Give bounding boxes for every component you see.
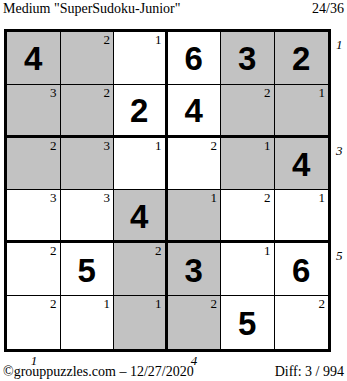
given-digit: 3 xyxy=(221,32,274,84)
corner-mark: 3 xyxy=(104,138,111,153)
cell-r2c6[interactable]: 1 xyxy=(275,85,329,138)
cell-r3c2[interactable]: 3 xyxy=(61,138,115,191)
puzzle-page: Medium "SuperSudoku-Junior" 24/36 421632… xyxy=(0,0,347,381)
corner-mark: 2 xyxy=(104,85,111,100)
row-label-5: 5 xyxy=(336,249,346,263)
given-digit: 4 xyxy=(168,85,221,135)
corner-mark: 1 xyxy=(319,85,326,100)
cells-remaining-counter: 24/36 xyxy=(312,0,344,18)
cell-r4c6[interactable]: 1 xyxy=(275,190,329,243)
cell-r1c2[interactable]: 2 xyxy=(61,32,115,85)
cell-r4c5[interactable]: 2 xyxy=(221,190,275,243)
cell-r5c2[interactable]: 5 xyxy=(61,243,115,296)
cell-r1c6[interactable]: 2 xyxy=(275,32,329,85)
cell-r4c4[interactable]: 1 xyxy=(168,190,222,243)
corner-mark: 2 xyxy=(319,296,326,311)
corner-mark: 2 xyxy=(104,32,111,47)
cell-r4c3[interactable]: 4 xyxy=(114,190,168,243)
difficulty-text: Diff: 3 / 994 xyxy=(275,364,344,380)
corner-mark: 2 xyxy=(211,138,218,153)
corner-mark: 3 xyxy=(104,190,111,205)
cell-r2c5[interactable]: 2 xyxy=(221,85,275,138)
puzzle-title: Medium "SuperSudoku-Junior" xyxy=(3,0,180,18)
cell-r6c6[interactable]: 2 xyxy=(275,296,329,349)
cell-r6c1[interactable]: 2 xyxy=(7,296,61,349)
given-digit: 5 xyxy=(221,296,274,349)
corner-mark: 2 xyxy=(264,85,271,100)
header: Medium "SuperSudoku-Junior" 24/36 xyxy=(3,0,344,22)
corner-mark: 1 xyxy=(264,138,271,153)
cell-r4c2[interactable]: 3 xyxy=(61,190,115,243)
given-digit: 4 xyxy=(114,190,165,240)
corner-mark: 2 xyxy=(155,243,162,258)
cell-r1c1[interactable]: 4 xyxy=(7,32,61,85)
cell-r3c1[interactable]: 2 xyxy=(7,138,61,191)
cell-r1c4[interactable]: 6 xyxy=(168,32,222,85)
cell-r3c5[interactable]: 1 xyxy=(221,138,275,191)
given-digit: 2 xyxy=(114,85,165,135)
given-digit: 6 xyxy=(168,32,221,84)
corner-mark: 1 xyxy=(104,296,111,311)
cell-r3c4[interactable]: 2 xyxy=(168,138,222,191)
corner-mark: 1 xyxy=(155,138,162,153)
cell-r1c5[interactable]: 3 xyxy=(221,32,275,85)
cell-r5c1[interactable]: 2 xyxy=(7,243,61,296)
corner-mark: 1 xyxy=(211,190,218,205)
corner-mark: 3 xyxy=(50,190,57,205)
corner-mark: 2 xyxy=(211,296,218,311)
corner-mark: 1 xyxy=(155,296,162,311)
cell-r6c4[interactable]: 2 xyxy=(168,296,222,349)
given-digit: 5 xyxy=(61,243,114,295)
cell-r4c1[interactable]: 3 xyxy=(7,190,61,243)
cell-r6c3[interactable]: 1 xyxy=(114,296,168,349)
cell-r2c4[interactable]: 4 xyxy=(168,85,222,138)
given-digit: 3 xyxy=(168,243,221,295)
cell-r2c1[interactable]: 3 xyxy=(7,85,61,138)
corner-mark: 1 xyxy=(319,190,326,205)
cell-r5c5[interactable]: 1 xyxy=(221,243,275,296)
copyright-text: ©grouppuzzles.com – 12/27/2020 xyxy=(3,364,194,380)
cell-r5c6[interactable]: 6 xyxy=(275,243,329,296)
cell-r5c3[interactable]: 2 xyxy=(114,243,168,296)
cell-r6c5[interactable]: 5 xyxy=(221,296,275,349)
cell-r6c2[interactable]: 1 xyxy=(61,296,115,349)
given-digit: 4 xyxy=(7,32,60,84)
given-digit: 6 xyxy=(275,243,329,295)
sudoku-board: 421632322421231214334121252316211252 xyxy=(4,29,331,352)
corner-mark: 2 xyxy=(50,138,57,153)
cell-r2c3[interactable]: 2 xyxy=(114,85,168,138)
row-label-1: 1 xyxy=(336,38,346,52)
row-label-3: 3 xyxy=(336,144,346,158)
cell-r3c3[interactable]: 1 xyxy=(114,138,168,191)
corner-mark: 1 xyxy=(264,243,271,258)
corner-mark: 3 xyxy=(50,85,57,100)
corner-mark: 1 xyxy=(155,32,162,47)
corner-mark: 2 xyxy=(50,243,57,258)
corner-mark: 2 xyxy=(264,190,271,205)
cell-r5c4[interactable]: 3 xyxy=(168,243,222,296)
footer: ©grouppuzzles.com – 12/27/2020 Diff: 3 /… xyxy=(3,364,344,380)
cell-r2c2[interactable]: 2 xyxy=(61,85,115,138)
given-digit: 2 xyxy=(275,32,329,84)
cell-r1c3[interactable]: 1 xyxy=(114,32,168,85)
corner-mark: 2 xyxy=(50,296,57,311)
cell-r3c6[interactable]: 4 xyxy=(275,138,329,191)
given-digit: 4 xyxy=(275,138,329,190)
